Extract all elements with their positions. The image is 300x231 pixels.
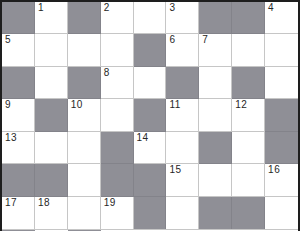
cell-r6-c2[interactable]	[68, 197, 101, 229]
cell-r0-c3[interactable]: 2	[101, 2, 134, 34]
cell-r2-c1[interactable]	[35, 67, 68, 99]
clue-number-1: 1	[38, 2, 44, 14]
cell-r2-c4[interactable]	[134, 67, 167, 99]
block-cell-r5-c0	[2, 164, 35, 196]
block-cell-r6-c4	[134, 197, 167, 229]
cell-r6-c0[interactable]: 17	[2, 197, 35, 229]
clue-number-19: 19	[104, 197, 116, 209]
cell-r5-c7[interactable]	[232, 164, 265, 196]
cell-r4-c2[interactable]	[68, 132, 101, 164]
cut-row-segment-c0	[2, 230, 35, 231]
crossword-grid: 12345678910111213141516171819	[2, 2, 298, 229]
block-cell-r3-c8	[265, 99, 298, 131]
clue-number-17: 17	[5, 197, 17, 209]
cell-r6-c5[interactable]	[166, 197, 199, 229]
cell-r2-c6[interactable]	[199, 67, 232, 99]
clue-number-6: 6	[169, 34, 175, 46]
block-cell-r5-c1	[35, 164, 68, 196]
block-cell-r2-c5	[166, 67, 199, 99]
crossword-board: 12345678910111213141516171819	[0, 0, 300, 231]
clue-number-10: 10	[71, 99, 83, 111]
cell-r0-c1[interactable]: 1	[35, 2, 68, 34]
cell-r1-c3[interactable]	[101, 34, 134, 66]
block-cell-r4-c8	[265, 132, 298, 164]
block-cell-r3-c1	[35, 99, 68, 131]
cell-r5-c8[interactable]: 16	[265, 164, 298, 196]
clue-number-18: 18	[38, 197, 50, 209]
cell-r6-c8[interactable]	[265, 197, 298, 229]
cell-r1-c5[interactable]: 6	[166, 34, 199, 66]
clue-number-16: 16	[268, 164, 280, 176]
cut-off-next-row	[2, 229, 298, 231]
block-cell-r0-c2	[68, 2, 101, 34]
cell-r3-c5[interactable]: 11	[166, 99, 199, 131]
cell-r4-c4[interactable]: 14	[134, 132, 167, 164]
cut-row-segment-c2	[68, 230, 101, 231]
cut-row-segment-c4	[134, 230, 167, 231]
clue-number-9: 9	[5, 99, 11, 111]
block-cell-r2-c7	[232, 67, 265, 99]
clue-number-7: 7	[202, 34, 208, 46]
cell-r0-c5[interactable]: 3	[166, 2, 199, 34]
cell-r3-c7[interactable]: 12	[232, 99, 265, 131]
cell-r1-c2[interactable]	[68, 34, 101, 66]
cell-r1-c0[interactable]: 5	[2, 34, 35, 66]
clue-number-4: 4	[268, 2, 274, 14]
clue-number-3: 3	[169, 2, 175, 14]
cell-r5-c6[interactable]	[199, 164, 232, 196]
block-cell-r4-c3	[101, 132, 134, 164]
cell-r4-c1[interactable]	[35, 132, 68, 164]
cell-r6-c3[interactable]: 19	[101, 197, 134, 229]
block-cell-r0-c7	[232, 2, 265, 34]
cell-r5-c2[interactable]	[68, 164, 101, 196]
clue-number-12: 12	[235, 99, 247, 111]
block-cell-r5-c3	[101, 164, 134, 196]
cell-r0-c4[interactable]	[134, 2, 167, 34]
cell-r0-c8[interactable]: 4	[265, 2, 298, 34]
clue-number-8: 8	[104, 67, 110, 79]
block-cell-r2-c2	[68, 67, 101, 99]
block-cell-r5-c4	[134, 164, 167, 196]
cell-r3-c6[interactable]	[199, 99, 232, 131]
cut-row-segment-c1	[35, 230, 68, 231]
cell-r4-c0[interactable]: 13	[2, 132, 35, 164]
clue-number-13: 13	[5, 132, 17, 144]
cell-r4-c7[interactable]	[232, 132, 265, 164]
cell-r2-c3[interactable]: 8	[101, 67, 134, 99]
block-cell-r6-c7	[232, 197, 265, 229]
clue-number-11: 11	[169, 99, 180, 111]
block-cell-r2-c0	[2, 67, 35, 99]
cell-r3-c2[interactable]: 10	[68, 99, 101, 131]
cell-r6-c1[interactable]: 18	[35, 197, 68, 229]
cell-r1-c6[interactable]: 7	[199, 34, 232, 66]
cut-row-segment-c7	[232, 230, 265, 231]
cell-r5-c5[interactable]: 15	[166, 164, 199, 196]
block-cell-r3-c4	[134, 99, 167, 131]
clue-number-5: 5	[5, 34, 11, 46]
clue-number-14: 14	[137, 132, 149, 144]
block-cell-r4-c6	[199, 132, 232, 164]
block-cell-r0-c0	[2, 2, 35, 34]
cut-row-segment-c5	[166, 230, 199, 231]
block-cell-r0-c6	[199, 2, 232, 34]
cell-r1-c7[interactable]	[232, 34, 265, 66]
cell-r1-c1[interactable]	[35, 34, 68, 66]
clue-number-2: 2	[104, 2, 110, 14]
cut-row-segment-c6	[199, 230, 232, 231]
cell-r3-c0[interactable]: 9	[2, 99, 35, 131]
block-cell-r6-c6	[199, 197, 232, 229]
clue-number-15: 15	[169, 164, 181, 176]
cell-r1-c8[interactable]	[265, 34, 298, 66]
cell-r4-c5[interactable]	[166, 132, 199, 164]
crossword-screenshot: 12345678910111213141516171819	[0, 0, 300, 231]
cell-r3-c3[interactable]	[101, 99, 134, 131]
cut-row-segment-c3	[101, 230, 134, 231]
block-cell-r1-c4	[134, 34, 167, 66]
cell-r2-c8[interactable]	[265, 67, 298, 99]
cut-row-segment-c8	[265, 230, 298, 231]
